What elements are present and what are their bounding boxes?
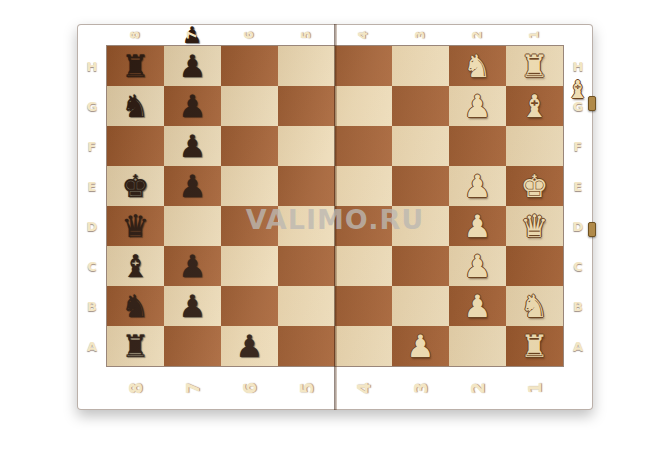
square-a6: ♟ bbox=[221, 326, 278, 366]
rank-label-bottom-1: 1 bbox=[506, 366, 563, 410]
square-a1: ♜ bbox=[506, 326, 563, 366]
square-e5 bbox=[278, 166, 335, 206]
square-f8 bbox=[107, 126, 164, 166]
rank-label-bottom-5: 5 bbox=[278, 366, 335, 410]
file-label-right-E: E bbox=[563, 166, 593, 206]
square-c2: ♟ bbox=[449, 246, 506, 286]
piece-white-pawn-c2: ♟ bbox=[449, 246, 506, 286]
square-c4 bbox=[335, 246, 392, 286]
rank-label-bottom-6: 6 bbox=[221, 366, 278, 410]
file-label-left-B: B bbox=[77, 286, 107, 326]
square-b6 bbox=[221, 286, 278, 326]
file-label-right-F: F bbox=[563, 126, 593, 166]
file-label-right-A: A bbox=[563, 326, 593, 366]
square-a3: ♟ bbox=[392, 326, 449, 366]
square-a4 bbox=[335, 326, 392, 366]
square-d7 bbox=[164, 206, 221, 246]
square-d4 bbox=[335, 206, 392, 246]
piece-black-queen-d8: ♛ bbox=[107, 206, 164, 246]
file-label-left-D: D bbox=[77, 206, 107, 246]
square-a8: ♜ bbox=[107, 326, 164, 366]
square-f6 bbox=[221, 126, 278, 166]
chess-board-photo: ♜♟♞♜♞♟♟♝♟♚♟♟♚♛♟♛♝♟♟♞♟♟♞♜♟♟♜ VALIMO.RU ♟ … bbox=[0, 0, 670, 449]
square-a2 bbox=[449, 326, 506, 366]
square-c5 bbox=[278, 246, 335, 286]
piece-black-pawn-a6: ♟ bbox=[221, 326, 278, 366]
piece-white-queen-d1: ♛ bbox=[506, 206, 563, 246]
piece-black-pawn-g7: ♟ bbox=[164, 86, 221, 126]
rank-label-top-8: 8 bbox=[107, 24, 164, 46]
square-e8: ♚ bbox=[107, 166, 164, 206]
square-h8: ♜ bbox=[107, 46, 164, 86]
piece-black-rook-h8: ♜ bbox=[107, 46, 164, 86]
piece-black-pawn-h7: ♟ bbox=[164, 46, 221, 86]
rank-label-bottom-7: 7 bbox=[164, 366, 221, 410]
piece-white-knight-b1: ♞ bbox=[506, 286, 563, 326]
square-f5 bbox=[278, 126, 335, 166]
square-d3 bbox=[392, 206, 449, 246]
square-d1: ♛ bbox=[506, 206, 563, 246]
square-e6 bbox=[221, 166, 278, 206]
square-c7: ♟ bbox=[164, 246, 221, 286]
rank-label-bottom-2: 2 bbox=[449, 366, 506, 410]
piece-white-pawn-d2: ♟ bbox=[449, 206, 506, 246]
square-g3 bbox=[392, 86, 449, 126]
square-a5 bbox=[278, 326, 335, 366]
square-d6 bbox=[221, 206, 278, 246]
square-c8: ♝ bbox=[107, 246, 164, 286]
piece-white-pawn-a3: ♟ bbox=[392, 326, 449, 366]
piece-black-pawn-f7: ♟ bbox=[164, 126, 221, 166]
square-g2: ♟ bbox=[449, 86, 506, 126]
rank-label-bottom-3: 3 bbox=[392, 366, 449, 410]
piece-black-rook-a8: ♜ bbox=[107, 326, 164, 366]
square-h1: ♜ bbox=[506, 46, 563, 86]
square-g5 bbox=[278, 86, 335, 126]
square-h5 bbox=[278, 46, 335, 86]
piece-white-pawn-g2: ♟ bbox=[449, 86, 506, 126]
piece-white-rook-a1: ♜ bbox=[506, 326, 563, 366]
square-a7 bbox=[164, 326, 221, 366]
piece-black-king-e8: ♚ bbox=[107, 166, 164, 206]
wooden-board-frame: ♜♟♞♜♞♟♟♝♟♚♟♟♚♛♟♛♝♟♟♞♟♟♞♜♟♟♜ VALIMO.RU ♟ … bbox=[77, 24, 593, 410]
file-label-left-E: E bbox=[77, 166, 107, 206]
square-h6 bbox=[221, 46, 278, 86]
square-b7: ♟ bbox=[164, 286, 221, 326]
square-d8: ♛ bbox=[107, 206, 164, 246]
square-h7: ♟ bbox=[164, 46, 221, 86]
rank-label-top-5: 5 bbox=[278, 24, 335, 46]
file-label-left-H: H bbox=[77, 46, 107, 86]
piece-black-knight-g8: ♞ bbox=[107, 86, 164, 126]
board-fold-seam bbox=[334, 24, 337, 410]
file-label-left-A: A bbox=[77, 326, 107, 366]
square-c6 bbox=[221, 246, 278, 286]
square-h3 bbox=[392, 46, 449, 86]
piece-white-king-e1: ♚ bbox=[506, 166, 563, 206]
square-b3 bbox=[392, 286, 449, 326]
piece-white-pawn-b2: ♟ bbox=[449, 286, 506, 326]
square-d5 bbox=[278, 206, 335, 246]
rank-label-top-3: 3 bbox=[392, 24, 449, 46]
piece-black-bishop-c8: ♝ bbox=[107, 246, 164, 286]
square-c1 bbox=[506, 246, 563, 286]
square-g4 bbox=[335, 86, 392, 126]
piece-black-pawn-e7: ♟ bbox=[164, 166, 221, 206]
square-e4 bbox=[335, 166, 392, 206]
piece-white-bishop-g1: ♝ bbox=[506, 86, 563, 126]
rank-label-bottom-4: 4 bbox=[335, 366, 392, 410]
square-h4 bbox=[335, 46, 392, 86]
square-c3 bbox=[392, 246, 449, 286]
square-g7: ♟ bbox=[164, 86, 221, 126]
square-f7: ♟ bbox=[164, 126, 221, 166]
rank-label-top-7: 7 bbox=[164, 24, 221, 46]
rank-label-bottom-8: 8 bbox=[107, 366, 164, 410]
square-d2: ♟ bbox=[449, 206, 506, 246]
square-e3 bbox=[392, 166, 449, 206]
rank-label-top-6: 6 bbox=[221, 24, 278, 46]
file-label-left-C: C bbox=[77, 246, 107, 286]
square-b5 bbox=[278, 286, 335, 326]
square-f2 bbox=[449, 126, 506, 166]
piece-white-knight-h2: ♞ bbox=[449, 46, 506, 86]
piece-black-pawn-b7: ♟ bbox=[164, 286, 221, 326]
square-h2: ♞ bbox=[449, 46, 506, 86]
square-e1: ♚ bbox=[506, 166, 563, 206]
square-b2: ♟ bbox=[449, 286, 506, 326]
rank-label-top-2: 2 bbox=[449, 24, 506, 46]
piece-white-rook-h1: ♜ bbox=[506, 46, 563, 86]
square-f4 bbox=[335, 126, 392, 166]
square-g6 bbox=[221, 86, 278, 126]
square-g1: ♝ bbox=[506, 86, 563, 126]
file-label-right-C: C bbox=[563, 246, 593, 286]
square-f3 bbox=[392, 126, 449, 166]
file-label-right-B: B bbox=[563, 286, 593, 326]
square-b4 bbox=[335, 286, 392, 326]
square-e7: ♟ bbox=[164, 166, 221, 206]
rank-label-top-1: 1 bbox=[506, 24, 563, 46]
file-label-right-H: H bbox=[563, 46, 593, 86]
square-b8: ♞ bbox=[107, 286, 164, 326]
piece-black-knight-b8: ♞ bbox=[107, 286, 164, 326]
file-label-right-D: D bbox=[563, 206, 593, 246]
file-label-right-G: G bbox=[563, 86, 593, 126]
square-e2: ♟ bbox=[449, 166, 506, 206]
file-label-left-G: G bbox=[77, 86, 107, 126]
square-b1: ♞ bbox=[506, 286, 563, 326]
square-f1 bbox=[506, 126, 563, 166]
square-g8: ♞ bbox=[107, 86, 164, 126]
rank-label-top-4: 4 bbox=[335, 24, 392, 46]
piece-black-pawn-c7: ♟ bbox=[164, 246, 221, 286]
file-label-left-F: F bbox=[77, 126, 107, 166]
piece-white-pawn-e2: ♟ bbox=[449, 166, 506, 206]
